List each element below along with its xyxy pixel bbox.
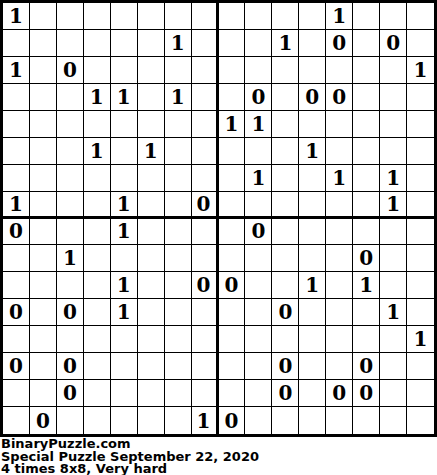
cell-r12-c5: 1 [111,299,138,326]
cell-r7-c9[interactable] [219,165,246,192]
cell-r10-c6[interactable] [138,245,165,272]
cell-r9-c3[interactable] [57,219,84,246]
cell-r12-c2[interactable] [30,299,57,326]
cell-r8-c2[interactable] [30,192,57,219]
cell-r3-c5[interactable] [111,57,138,84]
cell-r3-c16: 1 [407,57,434,84]
cell-r14-c9[interactable] [219,353,246,380]
cell-r8-c14[interactable] [353,192,380,219]
cell-r4-c15[interactable] [380,84,407,111]
cell-r6-c10[interactable] [245,138,272,165]
cell-r5-c6[interactable] [138,111,165,138]
cell-r11-c8: 0 [192,272,219,299]
cell-r2-c1[interactable] [3,30,30,57]
cell-r2-c5[interactable] [111,30,138,57]
cell-r9-c1: 0 [3,219,30,246]
cell-r7-c1[interactable] [3,165,30,192]
footer: BinaryPuzzle.com Special Puzzle Septembe… [0,437,437,475]
cell-r6-c4: 1 [84,138,111,165]
cell-r4-c5: 1 [111,84,138,111]
cell-r16-c4[interactable] [84,407,111,434]
cell-r11-c11[interactable] [272,272,299,299]
cell-r10-c5[interactable] [111,245,138,272]
cell-r13-c9[interactable] [219,326,246,353]
cell-r9-c8[interactable] [192,219,219,246]
cell-r10-c16[interactable] [407,245,434,272]
cell-r6-c16[interactable] [407,138,434,165]
cell-r11-c16[interactable] [407,272,434,299]
cell-r6-c1[interactable] [3,138,30,165]
cell-r10-c11[interactable] [272,245,299,272]
cell-r16-c3[interactable] [57,407,84,434]
cell-r14-c13[interactable] [326,353,353,380]
cell-r3-c6[interactable] [138,57,165,84]
cell-r1-c11[interactable] [272,3,299,30]
cell-r4-c7: 1 [165,84,192,111]
cell-r7-c4[interactable] [84,165,111,192]
cell-r13-c5[interactable] [111,326,138,353]
cell-r9-c6[interactable] [138,219,165,246]
cell-r1-c15[interactable] [380,3,407,30]
cell-r1-c4[interactable] [84,3,111,30]
cell-r16-c8: 1 [192,407,219,434]
cell-r11-c10[interactable] [245,272,272,299]
cell-r9-c13[interactable] [326,219,353,246]
cell-r2-c2[interactable] [30,30,57,57]
cell-r15-c6[interactable] [138,380,165,407]
cell-r1-c5[interactable] [111,3,138,30]
cell-r8-c15: 1 [380,192,407,219]
cell-r7-c14[interactable] [353,165,380,192]
cell-r4-c10: 0 [245,84,272,111]
cell-r6-c9[interactable] [219,138,246,165]
cell-r16-c12[interactable] [299,407,326,434]
cell-r13-c7[interactable] [165,326,192,353]
cell-r4-c16[interactable] [407,84,434,111]
cell-r8-c12[interactable] [299,192,326,219]
cell-r1-c1: 1 [3,3,30,30]
cell-r3-c4[interactable] [84,57,111,84]
cell-r9-c10: 0 [245,219,272,246]
cell-r15-c4[interactable] [84,380,111,407]
cell-r15-c15[interactable] [380,380,407,407]
cell-r1-c6[interactable] [138,3,165,30]
cell-r8-c4[interactable] [84,192,111,219]
cell-r10-c7[interactable] [165,245,192,272]
cell-r15-c13: 0 [326,380,353,407]
cell-r11-c13[interactable] [326,272,353,299]
cell-r2-c8[interactable] [192,30,219,57]
cell-r6-c13[interactable] [326,138,353,165]
cell-r13-c12[interactable] [299,326,326,353]
puzzle-spec: 4 times 8x8, Very hard [1,463,437,475]
cell-r8-c9[interactable] [219,192,246,219]
cell-r5-c2[interactable] [30,111,57,138]
cell-r3-c12[interactable] [299,57,326,84]
cell-r3-c11[interactable] [272,57,299,84]
cell-r11-c2[interactable] [30,272,57,299]
cell-r6-c3[interactable] [57,138,84,165]
cell-r7-c12[interactable] [299,165,326,192]
cell-r13-c13[interactable] [326,326,353,353]
cell-r14-c14: 0 [353,353,380,380]
cell-r10-c4[interactable] [84,245,111,272]
cell-r2-c14[interactable] [353,30,380,57]
cell-r5-c11[interactable] [272,111,299,138]
cell-r13-c1[interactable] [3,326,30,353]
cell-r7-c15: 1 [380,165,407,192]
cell-r16-c13[interactable] [326,407,353,434]
cell-r2-c15: 0 [380,30,407,57]
cell-r5-c16[interactable] [407,111,434,138]
cell-r3-c3: 0 [57,57,84,84]
cell-r8-c16[interactable] [407,192,434,219]
cell-r9-c12[interactable] [299,219,326,246]
cell-r11-c7[interactable] [165,272,192,299]
cell-r1-c3[interactable] [57,3,84,30]
cell-r11-c14: 1 [353,272,380,299]
cell-r15-c2[interactable] [30,380,57,407]
cell-r14-c10[interactable] [245,353,272,380]
cell-r12-c11: 0 [272,299,299,326]
cell-r2-c13: 0 [326,30,353,57]
cell-r12-c1: 0 [3,299,30,326]
cell-r15-c16[interactable] [407,380,434,407]
cell-r12-c9[interactable] [219,299,246,326]
cell-r12-c16[interactable] [407,299,434,326]
cell-r3-c1: 1 [3,57,30,84]
cell-r4-c13: 0 [326,84,353,111]
cell-r1-c16[interactable] [407,3,434,30]
cell-r1-c7[interactable] [165,3,192,30]
cell-r5-c15[interactable] [380,111,407,138]
cell-r11-c15[interactable] [380,272,407,299]
cell-r5-c7[interactable] [165,111,192,138]
cell-r5-c9: 1 [219,111,246,138]
cell-r6-c2[interactable] [30,138,57,165]
cell-r11-c4[interactable] [84,272,111,299]
cell-r10-c15[interactable] [380,245,407,272]
cell-r12-c4[interactable] [84,299,111,326]
cell-r14-c6[interactable] [138,353,165,380]
cell-r1-c14[interactable] [353,3,380,30]
cell-r16-c6[interactable] [138,407,165,434]
cell-r8-c10[interactable] [245,192,272,219]
cell-r6-c8[interactable] [192,138,219,165]
cell-r7-c11[interactable] [272,165,299,192]
cell-r2-c4[interactable] [84,30,111,57]
cell-r9-c2[interactable] [30,219,57,246]
cell-r12-c12[interactable] [299,299,326,326]
cell-r4-c9[interactable] [219,84,246,111]
cell-r14-c1: 0 [3,353,30,380]
cell-r15-c14: 0 [353,380,380,407]
cell-r2-c16[interactable] [407,30,434,57]
cell-r3-c10[interactable] [245,57,272,84]
cell-r4-c11[interactable] [272,84,299,111]
cell-r12-c14[interactable] [353,299,380,326]
cell-r8-c8: 0 [192,192,219,219]
cell-r3-c13[interactable] [326,57,353,84]
cell-r5-c14[interactable] [353,111,380,138]
cell-r15-c1[interactable] [3,380,30,407]
cell-r4-c12: 0 [299,84,326,111]
cell-r7-c6[interactable] [138,165,165,192]
cell-r5-c8[interactable] [192,111,219,138]
cell-r11-c9: 0 [219,272,246,299]
cell-r10-c10[interactable] [245,245,272,272]
cell-r12-c10[interactable] [245,299,272,326]
cell-r14-c2[interactable] [30,353,57,380]
cell-r8-c5: 1 [111,192,138,219]
cell-r16-c14[interactable] [353,407,380,434]
cell-r11-c1[interactable] [3,272,30,299]
cell-r14-c5[interactable] [111,353,138,380]
cell-r13-c15[interactable] [380,326,407,353]
cell-r16-c16[interactable] [407,407,434,434]
binary-puzzle-page: 1111001011110001111111111010101010011001… [0,0,437,475]
cell-r12-c13[interactable] [326,299,353,326]
cell-r3-c7[interactable] [165,57,192,84]
cell-r10-c1[interactable] [3,245,30,272]
cell-r10-c8[interactable] [192,245,219,272]
cell-r3-c9[interactable] [219,57,246,84]
cell-r13-c2[interactable] [30,326,57,353]
cell-r16-c11[interactable] [272,407,299,434]
cell-r7-c13: 1 [326,165,353,192]
cell-r5-c10: 1 [245,111,272,138]
cell-r2-c11: 1 [272,30,299,57]
cell-r7-c2[interactable] [30,165,57,192]
cell-r4-c8[interactable] [192,84,219,111]
cell-r7-c3[interactable] [57,165,84,192]
cell-r13-c10[interactable] [245,326,272,353]
cell-r13-c4[interactable] [84,326,111,353]
cell-r10-c14: 0 [353,245,380,272]
cell-r2-c7: 1 [165,30,192,57]
cell-r13-c8[interactable] [192,326,219,353]
cell-r10-c12[interactable] [299,245,326,272]
cell-r4-c14[interactable] [353,84,380,111]
cell-r10-c9[interactable] [219,245,246,272]
cell-r9-c14[interactable] [353,219,380,246]
cell-r15-c3: 0 [57,380,84,407]
cell-r4-c2[interactable] [30,84,57,111]
cell-r11-c5: 1 [111,272,138,299]
cell-r5-c1[interactable] [3,111,30,138]
cell-r3-c8[interactable] [192,57,219,84]
cell-r9-c9[interactable] [219,219,246,246]
cell-r15-c7[interactable] [165,380,192,407]
cell-r10-c3: 1 [57,245,84,272]
cell-r3-c14[interactable] [353,57,380,84]
cell-r7-c10: 1 [245,165,272,192]
cell-r13-c11[interactable] [272,326,299,353]
cell-r7-c5[interactable] [111,165,138,192]
cell-r16-c5[interactable] [111,407,138,434]
cell-r3-c15[interactable] [380,57,407,84]
cell-r2-c10[interactable] [245,30,272,57]
cell-r16-c15[interactable] [380,407,407,434]
cell-r4-c4: 1 [84,84,111,111]
cell-r8-c6[interactable] [138,192,165,219]
cell-r1-c13: 1 [326,3,353,30]
cell-r8-c13[interactable] [326,192,353,219]
cell-r1-c10[interactable] [245,3,272,30]
cell-r7-c16[interactable] [407,165,434,192]
cell-r4-c1[interactable] [3,84,30,111]
cell-r11-c12: 1 [299,272,326,299]
cell-r15-c5[interactable] [111,380,138,407]
cell-r15-c9[interactable] [219,380,246,407]
cell-r2-c9[interactable] [219,30,246,57]
cell-r14-c4[interactable] [84,353,111,380]
cell-r16-c1[interactable] [3,407,30,434]
cell-r10-c2[interactable] [30,245,57,272]
cell-r16-c10[interactable] [245,407,272,434]
cell-r15-c11: 0 [272,380,299,407]
cell-r5-c12[interactable] [299,111,326,138]
cell-r14-c11: 0 [272,353,299,380]
cell-r7-c7[interactable] [165,165,192,192]
cell-r13-c16: 1 [407,326,434,353]
cell-r8-c11[interactable] [272,192,299,219]
cell-r16-c2: 0 [30,407,57,434]
cell-r14-c8[interactable] [192,353,219,380]
cell-r9-c11[interactable] [272,219,299,246]
cell-r6-c15[interactable] [380,138,407,165]
cell-r15-c8[interactable] [192,380,219,407]
cell-r14-c15[interactable] [380,353,407,380]
cell-r10-c13[interactable] [326,245,353,272]
cell-r9-c16[interactable] [407,219,434,246]
cell-r5-c13[interactable] [326,111,353,138]
cell-r12-c15: 1 [380,299,407,326]
cell-r14-c12[interactable] [299,353,326,380]
cell-r12-c6[interactable] [138,299,165,326]
cell-r6-c5[interactable] [111,138,138,165]
cell-r16-c9: 0 [219,407,246,434]
cell-r6-c6: 1 [138,138,165,165]
cell-r16-c7[interactable] [165,407,192,434]
cell-r12-c3: 0 [57,299,84,326]
cell-r4-c3[interactable] [57,84,84,111]
cell-r8-c3[interactable] [57,192,84,219]
cell-r5-c4[interactable] [84,111,111,138]
cell-r13-c3[interactable] [57,326,84,353]
cell-r9-c7[interactable] [165,219,192,246]
cell-r14-c16[interactable] [407,353,434,380]
cell-r1-c12[interactable] [299,3,326,30]
cell-r14-c7[interactable] [165,353,192,380]
cell-r13-c6[interactable] [138,326,165,353]
cell-r1-c8[interactable] [192,3,219,30]
cell-r6-c11[interactable] [272,138,299,165]
cell-r2-c6[interactable] [138,30,165,57]
cell-r9-c15[interactable] [380,219,407,246]
cell-r12-c7[interactable] [165,299,192,326]
cell-r12-c8[interactable] [192,299,219,326]
cell-r4-c6[interactable] [138,84,165,111]
cell-r7-c8[interactable] [192,165,219,192]
cell-r15-c12[interactable] [299,380,326,407]
cell-r5-c3[interactable] [57,111,84,138]
cell-r6-c12: 1 [299,138,326,165]
cell-r5-c5[interactable] [111,111,138,138]
cell-r2-c12[interactable] [299,30,326,57]
cell-r1-c2[interactable] [30,3,57,30]
cell-r3-c2[interactable] [30,57,57,84]
cell-r13-c14[interactable] [353,326,380,353]
cell-r1-c9[interactable] [219,3,246,30]
cell-r9-c5: 1 [111,219,138,246]
cell-r8-c7[interactable] [165,192,192,219]
cell-r8-c1: 1 [3,192,30,219]
cell-r6-c14[interactable] [353,138,380,165]
puzzle-board: 1111001011110001111111111010101010011001… [0,0,437,437]
cell-r9-c4[interactable] [84,219,111,246]
cell-r15-c10[interactable] [245,380,272,407]
cell-r2-c3[interactable] [57,30,84,57]
cell-r11-c6[interactable] [138,272,165,299]
cell-r6-c7[interactable] [165,138,192,165]
cell-r11-c3[interactable] [57,272,84,299]
cell-r14-c3: 0 [57,353,84,380]
